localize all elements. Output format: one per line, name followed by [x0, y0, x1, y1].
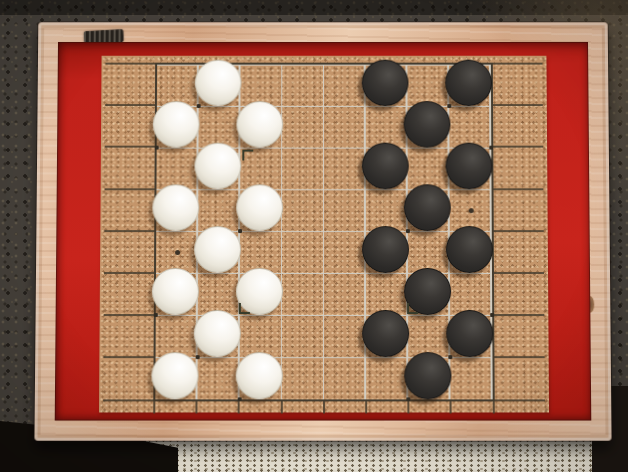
- black-disc[interactable]: [445, 143, 492, 190]
- white-disc[interactable]: [194, 310, 241, 357]
- black-disc[interactable]: [446, 226, 493, 273]
- grid-dot-mark: [447, 104, 451, 108]
- grid-dot-mark: [238, 229, 242, 233]
- black-disc[interactable]: [362, 226, 409, 273]
- grid-dot-mark: [196, 355, 200, 359]
- left-margin-grid: [103, 63, 155, 402]
- white-disc[interactable]: [151, 352, 198, 399]
- right-margin-grid: [493, 63, 545, 402]
- cork-surface: [99, 56, 549, 413]
- scene: [0, 0, 628, 472]
- cell-center-dot-mark: [469, 208, 474, 213]
- grid-dot-mark: [197, 104, 201, 108]
- black-disc[interactable]: [445, 60, 492, 106]
- grid-dot-mark: [406, 229, 410, 233]
- black-disc[interactable]: [404, 184, 451, 231]
- white-disc[interactable]: [152, 268, 199, 315]
- white-disc[interactable]: [153, 101, 200, 148]
- grid-dot-mark: [406, 397, 410, 401]
- white-disc[interactable]: [236, 352, 283, 399]
- white-disc[interactable]: [194, 226, 241, 273]
- cell-center-dot-mark: [175, 250, 180, 255]
- grid-dot-mark: [489, 146, 493, 150]
- grid-dot-mark: [238, 397, 242, 401]
- grid-dot-mark: [448, 355, 452, 359]
- corner-mark: [407, 303, 418, 314]
- black-disc[interactable]: [404, 101, 451, 148]
- corner-mark: [239, 303, 250, 314]
- game-board: [34, 22, 611, 440]
- white-disc[interactable]: [195, 60, 242, 106]
- red-felt-mat: [55, 42, 592, 421]
- bottom-margin-ticks: [153, 401, 495, 413]
- black-disc[interactable]: [362, 310, 409, 357]
- corner-mark: [242, 150, 253, 161]
- grid-dot-mark: [155, 146, 159, 150]
- grid-dot-mark: [490, 313, 494, 317]
- black-disc[interactable]: [362, 143, 409, 190]
- white-disc[interactable]: [194, 143, 241, 190]
- black-disc[interactable]: [362, 60, 409, 106]
- black-disc[interactable]: [404, 352, 451, 399]
- white-disc[interactable]: [152, 184, 199, 231]
- playing-grid: [153, 63, 494, 402]
- white-disc[interactable]: [236, 184, 283, 231]
- white-disc[interactable]: [236, 101, 283, 148]
- black-disc[interactable]: [446, 310, 493, 357]
- grid-dot-mark: [154, 313, 158, 317]
